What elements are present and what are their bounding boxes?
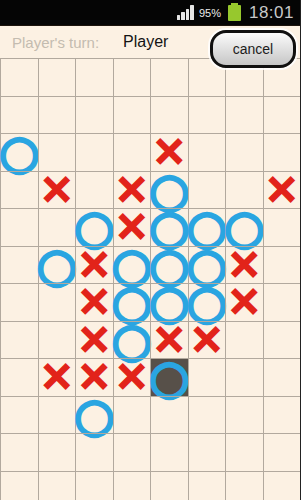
battery-icon bbox=[228, 5, 241, 21]
o-piece: ○ bbox=[112, 279, 152, 325]
turn-label: Player's turn: bbox=[12, 34, 99, 51]
cell-c6-r7[interactable] bbox=[225, 321, 263, 359]
x-piece: ✕ bbox=[40, 357, 74, 397]
cell-c7-r5[interactable] bbox=[263, 246, 301, 284]
cell-c5-r11[interactable] bbox=[188, 471, 226, 500]
o-piece: ○ bbox=[149, 279, 189, 325]
cell-c4-r1[interactable] bbox=[150, 96, 188, 134]
cell-c6-r5[interactable]: ✕ bbox=[225, 246, 263, 284]
cell-c3-r7[interactable]: ○ bbox=[113, 321, 151, 359]
cell-c7-r7[interactable] bbox=[263, 321, 301, 359]
cell-c0-r1[interactable] bbox=[0, 96, 38, 134]
x-piece: ✕ bbox=[227, 282, 261, 322]
cell-c1-r8[interactable]: ✕ bbox=[38, 358, 76, 396]
cell-c0-r3[interactable] bbox=[0, 171, 38, 209]
signal-strength-icon bbox=[177, 5, 194, 20]
cell-c4-r9[interactable] bbox=[150, 396, 188, 434]
x-piece: ✕ bbox=[265, 170, 299, 210]
cell-c0-r4[interactable] bbox=[0, 208, 38, 246]
cell-c1-r4[interactable] bbox=[38, 208, 76, 246]
x-piece: ✕ bbox=[77, 282, 111, 322]
cell-c1-r2[interactable] bbox=[38, 133, 76, 171]
turn-value: Player bbox=[123, 33, 168, 51]
cell-c6-r10[interactable] bbox=[225, 433, 263, 471]
cell-c3-r0[interactable] bbox=[113, 58, 151, 96]
cell-c3-r2[interactable] bbox=[113, 133, 151, 171]
cell-c0-r7[interactable] bbox=[0, 321, 38, 359]
cell-c4-r7[interactable]: ✕ bbox=[150, 321, 188, 359]
o-piece: ○ bbox=[112, 317, 152, 363]
x-piece: ✕ bbox=[40, 170, 74, 210]
cell-c5-r9[interactable] bbox=[188, 396, 226, 434]
o-piece: ○ bbox=[74, 392, 114, 438]
cell-c1-r9[interactable] bbox=[38, 396, 76, 434]
cell-c3-r3[interactable]: ✕ bbox=[113, 171, 151, 209]
cell-c6-r8[interactable] bbox=[225, 358, 263, 396]
cell-c4-r3[interactable]: ○ bbox=[150, 171, 188, 209]
cell-c2-r3[interactable] bbox=[75, 171, 113, 209]
cell-c2-r7[interactable]: ✕ bbox=[75, 321, 113, 359]
cell-c6-r4[interactable]: ○ bbox=[225, 208, 263, 246]
o-piece: ○ bbox=[149, 204, 189, 250]
cell-c2-r4[interactable]: ○ bbox=[75, 208, 113, 246]
cell-c2-r11[interactable] bbox=[75, 471, 113, 500]
cell-c2-r8[interactable]: ✕ bbox=[75, 358, 113, 396]
cell-c5-r10[interactable] bbox=[188, 433, 226, 471]
cell-c1-r3[interactable]: ✕ bbox=[38, 171, 76, 209]
cell-c5-r4[interactable]: ○ bbox=[188, 208, 226, 246]
cell-c6-r6[interactable]: ✕ bbox=[225, 283, 263, 321]
cell-c4-r2[interactable]: ✕ bbox=[150, 133, 188, 171]
cell-c0-r10[interactable] bbox=[0, 433, 38, 471]
cell-c1-r7[interactable] bbox=[38, 321, 76, 359]
x-piece: ✕ bbox=[190, 320, 224, 360]
cell-c4-r4[interactable]: ○ bbox=[150, 208, 188, 246]
cell-c3-r8[interactable]: ✕ bbox=[113, 358, 151, 396]
o-piece: ○ bbox=[0, 129, 39, 175]
cell-c3-r4[interactable]: ✕ bbox=[113, 208, 151, 246]
cell-c2-r2[interactable] bbox=[75, 133, 113, 171]
cell-c2-r6[interactable]: ✕ bbox=[75, 283, 113, 321]
cell-c2-r5[interactable]: ✕ bbox=[75, 246, 113, 284]
board-grid: ○✕✕✕○✕○✕○○○○✕○○○✕✕○○○✕✕○✕✕✕✕✕○○ bbox=[0, 58, 300, 500]
app-screen: 95% 18:01 Player's turn: Player cancel ○… bbox=[0, 0, 300, 500]
x-piece: ✕ bbox=[227, 245, 261, 285]
cell-c7-r9[interactable] bbox=[263, 396, 301, 434]
cell-c3-r9[interactable] bbox=[113, 396, 151, 434]
cell-c1-r1[interactable] bbox=[38, 96, 76, 134]
cell-c1-r10[interactable] bbox=[38, 433, 76, 471]
cell-c4-r10[interactable] bbox=[150, 433, 188, 471]
o-piece: ○ bbox=[112, 242, 152, 288]
cell-c6-r2[interactable] bbox=[225, 133, 263, 171]
o-piece: ○ bbox=[187, 204, 227, 250]
o-piece: ○ bbox=[187, 279, 227, 325]
cell-c5-r6[interactable]: ○ bbox=[188, 283, 226, 321]
cell-c7-r11[interactable] bbox=[263, 471, 301, 500]
cell-c5-r2[interactable] bbox=[188, 133, 226, 171]
cell-c2-r1[interactable] bbox=[75, 96, 113, 134]
cell-c4-r0[interactable] bbox=[150, 58, 188, 96]
cell-c7-r2[interactable] bbox=[263, 133, 301, 171]
x-piece: ✕ bbox=[115, 207, 149, 247]
cell-c4-r11[interactable] bbox=[150, 471, 188, 500]
cell-c3-r11[interactable] bbox=[113, 471, 151, 500]
cell-c7-r10[interactable] bbox=[263, 433, 301, 471]
board: ○✕✕✕○✕○✕○○○○✕○○○✕✕○○○✕✕○✕✕✕✕✕○○ bbox=[0, 58, 300, 500]
o-piece: ○ bbox=[149, 354, 189, 400]
battery-percent: 95% bbox=[199, 0, 221, 26]
cell-c2-r10[interactable] bbox=[75, 433, 113, 471]
x-piece: ✕ bbox=[152, 132, 186, 172]
cell-c1-r5[interactable]: ○ bbox=[38, 246, 76, 284]
o-piece: ○ bbox=[37, 242, 77, 288]
cell-c3-r5[interactable]: ○ bbox=[113, 246, 151, 284]
cell-c0-r0[interactable] bbox=[0, 58, 38, 96]
cell-c7-r1[interactable] bbox=[263, 96, 301, 134]
cell-c6-r3[interactable] bbox=[225, 171, 263, 209]
cell-c7-r4[interactable] bbox=[263, 208, 301, 246]
x-piece: ✕ bbox=[115, 170, 149, 210]
cell-c5-r8[interactable] bbox=[188, 358, 226, 396]
x-piece: ✕ bbox=[77, 245, 111, 285]
cell-c1-r0[interactable] bbox=[38, 58, 76, 96]
cell-c3-r6[interactable]: ○ bbox=[113, 283, 151, 321]
cancel-button[interactable]: cancel bbox=[210, 30, 296, 68]
cell-c6-r1[interactable] bbox=[225, 96, 263, 134]
cell-c5-r5[interactable]: ○ bbox=[188, 246, 226, 284]
x-piece: ✕ bbox=[77, 320, 111, 360]
cell-c1-r11[interactable] bbox=[38, 471, 76, 500]
o-piece: ○ bbox=[74, 204, 114, 250]
x-piece: ✕ bbox=[115, 357, 149, 397]
cell-c0-r5[interactable] bbox=[0, 246, 38, 284]
o-piece: ○ bbox=[224, 204, 264, 250]
cell-c3-r10[interactable] bbox=[113, 433, 151, 471]
cell-c0-r2[interactable]: ○ bbox=[0, 133, 38, 171]
o-piece: ○ bbox=[149, 242, 189, 288]
cell-c5-r7[interactable]: ✕ bbox=[188, 321, 226, 359]
o-piece: ○ bbox=[187, 242, 227, 288]
cell-c6-r9[interactable] bbox=[225, 396, 263, 434]
cell-c4-r5[interactable]: ○ bbox=[150, 246, 188, 284]
status-clock: 18:01 bbox=[249, 0, 294, 26]
cell-c1-r6[interactable] bbox=[38, 283, 76, 321]
cell-c3-r1[interactable] bbox=[113, 96, 151, 134]
cell-c0-r8[interactable] bbox=[0, 358, 38, 396]
cell-c5-r3[interactable] bbox=[188, 171, 226, 209]
cell-c2-r0[interactable] bbox=[75, 58, 113, 96]
x-piece: ✕ bbox=[152, 320, 186, 360]
o-piece: ○ bbox=[149, 167, 189, 213]
x-piece: ✕ bbox=[77, 357, 111, 397]
cell-c5-r1[interactable] bbox=[188, 96, 226, 134]
cell-c7-r3[interactable]: ✕ bbox=[263, 171, 301, 209]
cell-c7-r8[interactable] bbox=[263, 358, 301, 396]
cell-c0-r9[interactable] bbox=[0, 396, 38, 434]
status-bar: 95% 18:01 bbox=[0, 0, 300, 26]
cell-c0-r6[interactable] bbox=[0, 283, 38, 321]
cell-c7-r6[interactable] bbox=[263, 283, 301, 321]
cell-c2-r9[interactable]: ○ bbox=[75, 396, 113, 434]
cell-c0-r11[interactable] bbox=[0, 471, 38, 500]
cell-c6-r11[interactable] bbox=[225, 471, 263, 500]
cell-c4-r8[interactable]: ○ bbox=[150, 358, 188, 396]
cell-c4-r6[interactable]: ○ bbox=[150, 283, 188, 321]
